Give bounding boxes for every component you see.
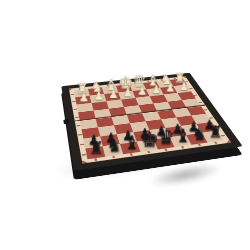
hinge-clasp	[63, 119, 70, 125]
board-border-margin: ♜♞♝♚♛♝♞♜♟♟♟♟♟♟♟♟♟♟♟♟♟♟♟♟♜♞♝♚♛♝♞♜	[69, 76, 231, 163]
piece-wP[interactable]: ♟	[163, 82, 177, 93]
piece-bN[interactable]: ♞	[105, 138, 123, 155]
piece-wP[interactable]: ♟	[149, 84, 163, 95]
piece-wP[interactable]: ♟	[135, 85, 150, 96]
piece-bR[interactable]: ♜	[87, 140, 105, 157]
piece-wP[interactable]: ♟	[177, 81, 191, 92]
square-h8[interactable]: ♜	[85, 146, 105, 159]
piece-wP[interactable]: ♟	[121, 87, 136, 98]
piece-bR[interactable]: ♜	[207, 124, 224, 140]
piece-bB[interactable]: ♝	[123, 134, 141, 152]
corner-mark-icon	[82, 158, 90, 163]
square-h2[interactable]: ♟	[75, 96, 91, 105]
piece-wP[interactable]: ♟	[77, 92, 92, 103]
piece-bB[interactable]: ♝	[174, 127, 191, 145]
piece-wP[interactable]: ♟	[91, 90, 106, 101]
square-g8[interactable]: ♞	[103, 144, 123, 157]
photo-stage: ♜♞♝♚♛♝♞♜♟♟♟♟♟♟♟♟♟♟♟♟♟♟♟♟♜♞♝♚♛♝♞♜	[0, 0, 250, 250]
square-f2[interactable]: ♟	[104, 93, 121, 102]
chess-board: ♜♞♝♚♛♝♞♜♟♟♟♟♟♟♟♟♟♟♟♟♟♟♟♟♜♞♝♚♛♝♞♜	[61, 73, 242, 171]
piece-bN[interactable]: ♞	[191, 126, 208, 143]
piece-bK[interactable]: ♚	[140, 129, 158, 150]
square-g2[interactable]: ♟	[90, 94, 107, 103]
piece-wP[interactable]: ♟	[106, 89, 121, 100]
piece-bQ[interactable]: ♛	[157, 127, 175, 147]
